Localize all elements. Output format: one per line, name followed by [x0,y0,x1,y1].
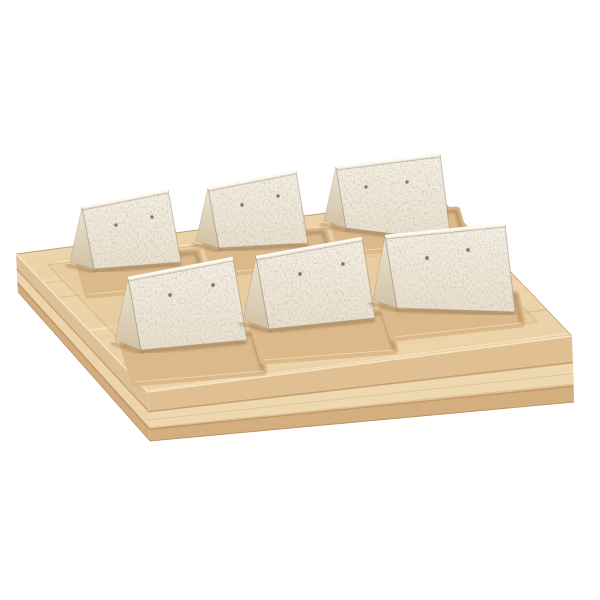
earring-hole [114,223,118,227]
earring-display-tray-photo [0,0,600,600]
product-photo-canvas [0,0,600,600]
earring-hole [341,262,345,266]
earring-hole [425,256,429,260]
earring-hole [276,194,280,198]
earring-card-front-right [369,221,519,316]
earring-hole [150,215,154,219]
earring-hole [405,180,409,184]
earring-hole [466,248,470,252]
earring-hole [240,203,244,207]
earring-hole [168,293,172,297]
earring-hole [364,185,368,189]
earring-hole [211,283,215,287]
earring-hole [298,272,302,276]
